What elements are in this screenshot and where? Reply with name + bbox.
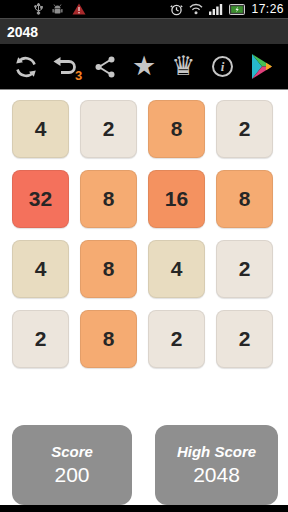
- undo-button[interactable]: 3: [49, 49, 81, 85]
- star-icon: ★: [132, 53, 156, 80]
- tile-r2c3: 16: [148, 170, 205, 228]
- tile-r2c1: 32: [12, 170, 69, 228]
- tile-r1c1: 4: [12, 100, 69, 158]
- high-score-value: 2048: [193, 463, 240, 487]
- tile-r3c2: 8: [80, 240, 137, 298]
- toolbar: 3 ★ ♛ i: [0, 44, 288, 90]
- status-bar: 17:26: [0, 0, 288, 18]
- crown-icon: ♛: [171, 53, 195, 80]
- undo-count-badge: 3: [75, 68, 82, 83]
- high-score-panel: High Score 2048: [155, 425, 278, 505]
- tile-r4c3: 2: [148, 310, 205, 368]
- tile-r3c4: 2: [216, 240, 273, 298]
- share-button[interactable]: [89, 49, 121, 85]
- tile-r2c2: 8: [80, 170, 137, 228]
- tile-r4c1: 2: [12, 310, 69, 368]
- tile-r2c4: 8: [216, 170, 273, 228]
- signal-icon: [209, 3, 223, 15]
- tile-r4c4: 2: [216, 310, 273, 368]
- battery-charging-icon: [229, 4, 245, 15]
- restart-icon: [13, 54, 39, 80]
- tile-r1c4: 2: [216, 100, 273, 158]
- android-debug-icon: [52, 4, 63, 15]
- score-panel: Score 200: [12, 425, 132, 505]
- share-icon: [93, 55, 117, 79]
- favorite-button[interactable]: ★: [128, 49, 160, 85]
- play-store-icon: [249, 53, 274, 80]
- high-score-label: High Score: [177, 443, 256, 460]
- score-label: Score: [51, 443, 93, 460]
- warning-icon: [72, 3, 86, 15]
- restart-button[interactable]: [10, 49, 42, 85]
- status-clock: 17:26: [251, 2, 284, 16]
- tile-r1c2: 2: [80, 100, 137, 158]
- info-button[interactable]: i: [207, 49, 239, 85]
- wifi-icon: [189, 3, 203, 15]
- tile-r3c1: 4: [12, 240, 69, 298]
- alarm-icon: [170, 3, 183, 16]
- usb-icon: [34, 3, 43, 15]
- play-store-button[interactable]: [246, 49, 278, 85]
- title-bar: 2048: [0, 18, 288, 44]
- app-screen: 17:26 2048 3 ★ ♛ i: [0, 0, 288, 512]
- tile-r1c3: 8: [148, 100, 205, 158]
- tile-r3c3: 4: [148, 240, 205, 298]
- app-title: 2048: [7, 24, 38, 40]
- game-board[interactable]: 428232816848422822: [12, 100, 273, 368]
- score-value: 200: [54, 463, 89, 487]
- tile-r4c2: 8: [80, 310, 137, 368]
- leaderboard-button[interactable]: ♛: [167, 49, 199, 85]
- bottom-strip: [0, 505, 288, 512]
- info-icon: i: [212, 56, 233, 77]
